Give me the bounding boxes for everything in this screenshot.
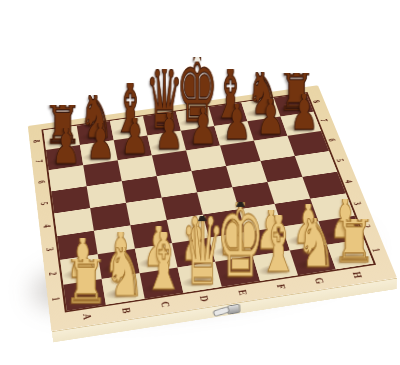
square-d2: ♟	[172, 238, 215, 268]
piece-shadow	[142, 279, 178, 295]
square-b1: ♞	[102, 273, 145, 304]
piece-shadow	[249, 238, 285, 253]
finial-tip	[194, 52, 202, 61]
square-a1: ♜	[63, 279, 105, 311]
square-g4	[267, 177, 310, 204]
square-a2: ♟	[60, 254, 101, 284]
piece-shadow	[256, 262, 293, 278]
piece-shadow	[104, 285, 140, 301]
square-d1: ♛	[178, 262, 222, 293]
metal-clasp-icon	[213, 304, 240, 317]
piece-shadow	[244, 107, 276, 119]
square-c2: ♟	[135, 243, 178, 273]
piece-shadow	[322, 227, 358, 242]
square-d7: ♟	[147, 131, 186, 156]
piece-shadow	[212, 243, 248, 258]
piece-shadow	[293, 256, 330, 271]
square-e5	[191, 166, 232, 192]
clasp-hook	[212, 306, 230, 317]
square-b7: ♟	[80, 140, 118, 165]
square-b6	[83, 160, 122, 186]
product-photo-scene: ♜♞♝♛♚♝♞♜♟♟♟♟♟♟♟♟♟♟♟♟♟♟♟♟♜♞♝♛♚♝♞♜ ABCDEFG…	[0, 0, 400, 365]
piece-shadow	[137, 255, 173, 270]
piece-shadow	[99, 260, 134, 275]
piece-shadow	[286, 232, 322, 247]
piece-shadow	[62, 266, 97, 281]
square-a4	[54, 208, 94, 236]
square-e6	[186, 146, 226, 171]
chess-board: ♜♞♝♛♚♝♞♜♟♟♟♟♟♟♟♟♟♟♟♟♟♟♟♟♜♞♝♛♚♝♞♜ ABCDEFG…	[28, 85, 397, 331]
piece-shadow	[218, 268, 255, 284]
square-c5	[122, 176, 162, 203]
piece-shadow	[174, 249, 210, 264]
square-g2: ♟	[282, 221, 327, 250]
piece-shadow	[65, 291, 101, 307]
piece-shadow	[180, 274, 216, 290]
piece-shadow	[331, 251, 368, 266]
